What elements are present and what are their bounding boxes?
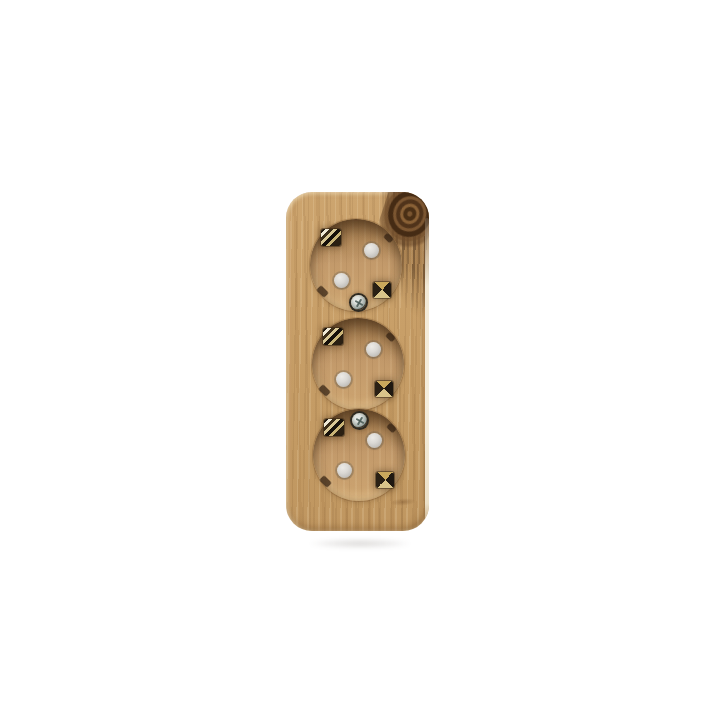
plate-side-highlight	[425, 218, 429, 528]
socket-top-pin-hole-upper	[364, 243, 379, 258]
fixing-screw-upper	[351, 295, 366, 310]
socket-bottom-pin-hole-upper	[367, 433, 382, 448]
socket-middle-pin-hole-lower	[336, 372, 351, 387]
socket-middle-earth-clip-lower-right	[375, 381, 393, 397]
socket-middle	[312, 318, 404, 410]
socket-middle-pin-hole-upper	[366, 342, 381, 357]
drop-shadow	[295, 537, 425, 550]
socket-top-pin-hole-lower	[334, 273, 349, 288]
socket-bottom-pin-hole-lower	[337, 463, 352, 478]
fixing-screw-lower	[352, 413, 367, 428]
socket-faceplate	[286, 192, 429, 531]
socket-bottom-earth-clip-lower-right	[376, 472, 394, 488]
photo-canvas	[0, 0, 724, 724]
socket-top-earth-clip-lower-right	[373, 282, 391, 298]
socket-bottom-earth-clip-upper-left	[324, 419, 344, 436]
socket-top-earth-clip-upper-left	[321, 229, 341, 246]
socket-middle-earth-clip-upper-left	[323, 328, 343, 345]
